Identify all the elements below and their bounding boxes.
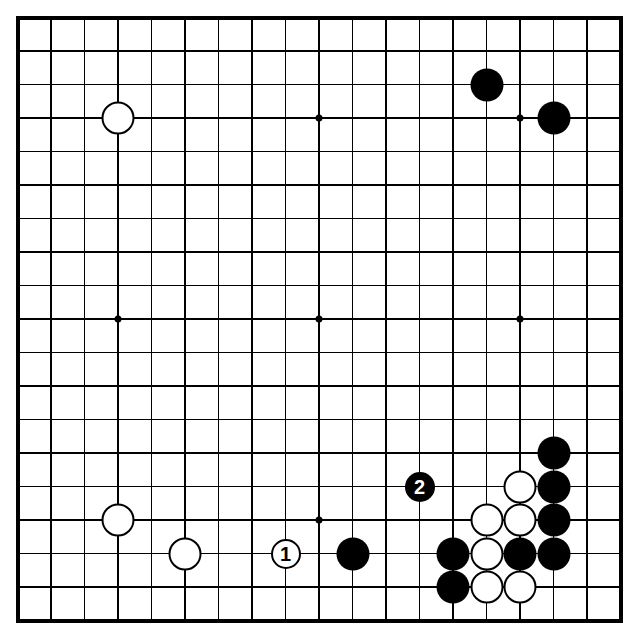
star-point-q16 bbox=[517, 115, 524, 122]
white-stone-d16 bbox=[102, 102, 135, 135]
black-stone-r6 bbox=[537, 437, 570, 470]
grid-line-horizontal bbox=[18, 620, 621, 622]
black-stone-r16 bbox=[537, 102, 570, 135]
grid-line-horizontal bbox=[18, 385, 621, 387]
grid-line-horizontal bbox=[18, 452, 621, 454]
black-stone-r4 bbox=[537, 504, 570, 537]
black-stone-q3 bbox=[504, 537, 537, 570]
black-stone-p17 bbox=[470, 68, 503, 101]
star-point-k10 bbox=[316, 316, 323, 323]
white-stone-f3 bbox=[169, 537, 202, 570]
grid-line-vertical bbox=[385, 18, 387, 621]
grid-line-vertical bbox=[352, 18, 354, 621]
black-stone-o3 bbox=[437, 537, 470, 570]
grid-line-vertical bbox=[586, 18, 588, 621]
grid-line-horizontal bbox=[18, 352, 621, 354]
black-stone-r3 bbox=[537, 537, 570, 570]
white-stone-p4 bbox=[470, 504, 503, 537]
grid-line-vertical bbox=[419, 18, 421, 621]
star-point-k4 bbox=[316, 517, 323, 524]
black-move-2-stone-n5: 2 bbox=[405, 472, 435, 502]
star-point-q10 bbox=[517, 316, 524, 323]
star-point-d10 bbox=[115, 316, 122, 323]
white-stone-p3 bbox=[470, 537, 503, 570]
white-stone-q2 bbox=[504, 571, 537, 604]
grid-line-vertical bbox=[452, 18, 454, 621]
white-stone-d4 bbox=[102, 504, 135, 537]
white-stone-q4 bbox=[504, 504, 537, 537]
white-stone-q5 bbox=[504, 470, 537, 503]
go-board: 21 bbox=[0, 0, 640, 640]
white-stone-p2 bbox=[470, 571, 503, 604]
grid-line-horizontal bbox=[18, 419, 621, 421]
star-point-k16 bbox=[316, 115, 323, 122]
grid-line-vertical bbox=[620, 18, 622, 621]
black-stone-o2 bbox=[437, 571, 470, 604]
white-move-1-stone-j3: 1 bbox=[271, 539, 301, 569]
black-stone-r5 bbox=[537, 470, 570, 503]
black-stone-l3 bbox=[336, 537, 369, 570]
